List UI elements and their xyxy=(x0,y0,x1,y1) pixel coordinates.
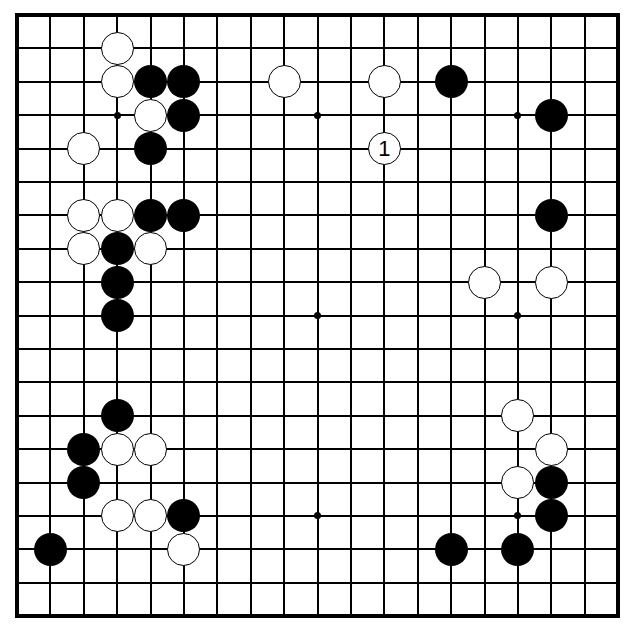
stones-layer[interactable]: 1 xyxy=(0,0,634,633)
white-stone[interactable] xyxy=(134,499,167,532)
white-stone[interactable] xyxy=(501,399,534,432)
white-stone[interactable] xyxy=(101,499,134,532)
black-stone[interactable] xyxy=(535,99,568,132)
white-stone[interactable] xyxy=(67,132,100,165)
white-stone[interactable] xyxy=(167,533,200,566)
white-stone-marked[interactable]: 1 xyxy=(368,132,401,165)
black-stone[interactable] xyxy=(34,533,67,566)
white-stone[interactable] xyxy=(101,433,134,466)
black-stone[interactable] xyxy=(435,533,468,566)
black-stone[interactable] xyxy=(67,466,100,499)
black-stone[interactable] xyxy=(101,266,134,299)
black-stone[interactable] xyxy=(535,499,568,532)
white-stone[interactable] xyxy=(268,65,301,98)
black-stone[interactable] xyxy=(134,65,167,98)
black-stone[interactable] xyxy=(501,533,534,566)
black-stone[interactable] xyxy=(167,199,200,232)
white-stone[interactable] xyxy=(535,433,568,466)
white-stone[interactable] xyxy=(101,65,134,98)
black-stone[interactable] xyxy=(435,65,468,98)
black-stone[interactable] xyxy=(167,499,200,532)
black-stone[interactable] xyxy=(101,399,134,432)
black-stone[interactable] xyxy=(535,466,568,499)
white-stone[interactable] xyxy=(134,99,167,132)
black-stone[interactable] xyxy=(535,199,568,232)
white-stone[interactable] xyxy=(535,266,568,299)
white-stone[interactable] xyxy=(101,199,134,232)
move-number-label: 1 xyxy=(378,138,390,160)
black-stone[interactable] xyxy=(167,65,200,98)
black-stone[interactable] xyxy=(101,232,134,265)
black-stone[interactable] xyxy=(167,99,200,132)
black-stone[interactable] xyxy=(67,433,100,466)
white-stone[interactable] xyxy=(134,433,167,466)
white-stone[interactable] xyxy=(101,32,134,65)
white-stone[interactable] xyxy=(468,266,501,299)
black-stone[interactable] xyxy=(101,299,134,332)
white-stone[interactable] xyxy=(134,232,167,265)
white-stone[interactable] xyxy=(67,199,100,232)
white-stone[interactable] xyxy=(368,65,401,98)
black-stone[interactable] xyxy=(134,132,167,165)
white-stone[interactable] xyxy=(67,232,100,265)
black-stone[interactable] xyxy=(134,199,167,232)
white-stone[interactable] xyxy=(501,466,534,499)
go-board-diagram: 1 xyxy=(0,0,640,640)
